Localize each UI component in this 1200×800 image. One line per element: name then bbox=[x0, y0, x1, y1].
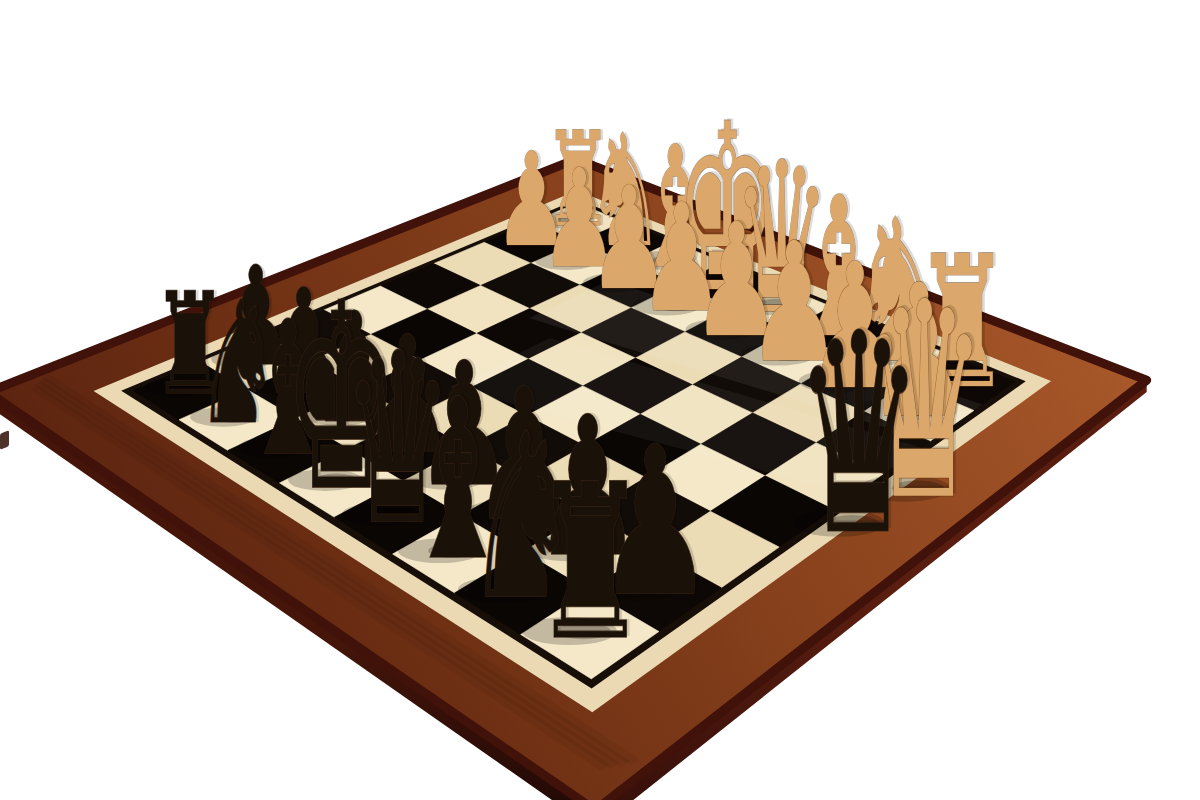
piece-black-queen-spare[interactable]: ♛♛ bbox=[792, 272, 926, 596]
chessboard: ♜♜♞♞♟♟♝♝♟♟♚♚♟♟♛♛♟♟♝♝♟♟♞♞♟♟♟♟♜♜♟♟♟♟♜♜♟♟♟♟… bbox=[0, 0, 1200, 800]
svg-text:♛: ♛ bbox=[794, 275, 923, 596]
piece-black-rook-a8[interactable]: ♜♜ bbox=[522, 437, 651, 688]
photo-stage: ♜♜♞♞♟♟♝♝♟♟♚♚♟♟♛♛♟♟♝♝♟♟♞♞♟♟♟♟♜♜♟♟♟♟♜♜♟♟♟♟… bbox=[0, 0, 1200, 800]
svg-text:♜: ♜ bbox=[532, 438, 647, 688]
